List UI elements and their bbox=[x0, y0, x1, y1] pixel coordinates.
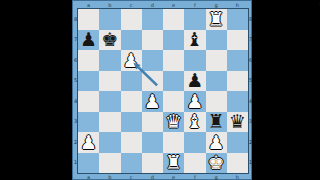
square-h8[interactable] bbox=[227, 9, 248, 30]
square-c1[interactable] bbox=[121, 153, 142, 174]
piece-black-pawn: ♟ bbox=[186, 71, 203, 90]
square-d2[interactable] bbox=[142, 132, 163, 153]
square-f6[interactable] bbox=[184, 50, 205, 71]
square-f3[interactable]: ♝ bbox=[184, 112, 205, 133]
square-b1[interactable] bbox=[99, 153, 120, 174]
square-e4[interactable] bbox=[163, 91, 184, 112]
coord-label: d bbox=[142, 173, 163, 180]
square-c5[interactable] bbox=[121, 71, 142, 92]
square-a5[interactable] bbox=[78, 71, 99, 92]
square-f4[interactable]: ♟ bbox=[184, 91, 205, 112]
square-d7[interactable] bbox=[142, 30, 163, 51]
piece-white-rook: ♜ bbox=[165, 153, 182, 172]
coord-label: h bbox=[227, 173, 248, 180]
piece-white-pawn: ♟ bbox=[144, 91, 161, 110]
square-e6[interactable] bbox=[163, 50, 184, 71]
square-a7[interactable]: ♟ bbox=[78, 30, 99, 51]
square-d8[interactable] bbox=[142, 9, 163, 30]
square-a4[interactable] bbox=[78, 91, 99, 112]
square-b3[interactable] bbox=[99, 112, 120, 133]
square-g2[interactable]: ♟ bbox=[206, 132, 227, 153]
square-c3[interactable] bbox=[121, 112, 142, 133]
coord-label: b bbox=[99, 173, 120, 180]
square-g5[interactable] bbox=[206, 71, 227, 92]
square-h7[interactable] bbox=[227, 30, 248, 51]
square-h6[interactable] bbox=[227, 50, 248, 71]
square-f5[interactable]: ♟ bbox=[184, 71, 205, 92]
square-g3[interactable]: ♜ bbox=[206, 112, 227, 133]
square-a8[interactable] bbox=[78, 9, 99, 30]
piece-black-king: ♚ bbox=[101, 30, 118, 49]
video-frame: abcdefgh abcdefgh 87654321 87654321 ♜♟♚♝… bbox=[0, 0, 320, 180]
square-b4[interactable] bbox=[99, 91, 120, 112]
square-g4[interactable] bbox=[206, 91, 227, 112]
square-g8[interactable]: ♜ bbox=[206, 9, 227, 30]
piece-white-pawn: ♟ bbox=[208, 132, 225, 151]
piece-white-pawn: ♟ bbox=[80, 132, 97, 151]
square-a2[interactable]: ♟ bbox=[78, 132, 99, 153]
square-c7[interactable] bbox=[121, 30, 142, 51]
square-h1[interactable] bbox=[227, 153, 248, 174]
square-g1[interactable]: ♚ bbox=[206, 153, 227, 174]
square-f2[interactable] bbox=[184, 132, 205, 153]
piece-white-pawn: ♟ bbox=[186, 91, 203, 110]
square-e5[interactable] bbox=[163, 71, 184, 92]
piece-white-king: ♚ bbox=[208, 153, 225, 172]
square-d4[interactable]: ♟ bbox=[142, 91, 163, 112]
file-labels-bottom: abcdefgh bbox=[78, 173, 248, 180]
square-e3[interactable]: ♛ bbox=[163, 112, 184, 133]
piece-black-pawn: ♟ bbox=[80, 30, 97, 49]
square-h5[interactable] bbox=[227, 71, 248, 92]
square-e7[interactable] bbox=[163, 30, 184, 51]
coord-label: g bbox=[206, 173, 227, 180]
coord-label: e bbox=[163, 173, 184, 180]
square-d6[interactable] bbox=[142, 50, 163, 71]
square-f7[interactable]: ♝ bbox=[184, 30, 205, 51]
squares-grid: ♜♟♚♝♟♟♟♟♛♝♜♛♟♟♜♚ bbox=[78, 9, 248, 173]
square-b7[interactable]: ♚ bbox=[99, 30, 120, 51]
square-d5[interactable] bbox=[142, 71, 163, 92]
square-a1[interactable] bbox=[78, 153, 99, 174]
board-inner-frame: ♜♟♚♝♟♟♟♟♛♝♜♛♟♟♜♚ bbox=[77, 8, 249, 174]
square-d1[interactable] bbox=[142, 153, 163, 174]
square-h4[interactable] bbox=[227, 91, 248, 112]
piece-black-bishop: ♝ bbox=[186, 30, 203, 49]
square-b5[interactable] bbox=[99, 71, 120, 92]
square-e1[interactable]: ♜ bbox=[163, 153, 184, 174]
square-a3[interactable] bbox=[78, 112, 99, 133]
piece-black-rook: ♜ bbox=[208, 112, 225, 131]
square-f1[interactable] bbox=[184, 153, 205, 174]
coord-label: a bbox=[78, 173, 99, 180]
chess-board: abcdefgh abcdefgh 87654321 87654321 ♜♟♚♝… bbox=[72, 0, 252, 180]
square-c6[interactable]: ♟ bbox=[121, 50, 142, 71]
piece-black-queen: ♛ bbox=[229, 112, 246, 131]
square-f8[interactable] bbox=[184, 9, 205, 30]
square-c8[interactable] bbox=[121, 9, 142, 30]
coord-label: f bbox=[184, 173, 205, 180]
square-h3[interactable]: ♛ bbox=[227, 112, 248, 133]
piece-white-pawn: ♟ bbox=[123, 50, 140, 69]
square-c4[interactable] bbox=[121, 91, 142, 112]
piece-white-rook: ♜ bbox=[208, 9, 225, 28]
square-b8[interactable] bbox=[99, 9, 120, 30]
square-b2[interactable] bbox=[99, 132, 120, 153]
coord-label: c bbox=[121, 173, 142, 180]
square-e8[interactable] bbox=[163, 9, 184, 30]
square-a6[interactable] bbox=[78, 50, 99, 71]
piece-white-bishop: ♝ bbox=[186, 112, 203, 131]
square-g6[interactable] bbox=[206, 50, 227, 71]
square-d3[interactable] bbox=[142, 112, 163, 133]
square-h2[interactable] bbox=[227, 132, 248, 153]
square-c2[interactable] bbox=[121, 132, 142, 153]
piece-white-queen: ♛ bbox=[165, 112, 182, 131]
square-e2[interactable] bbox=[163, 132, 184, 153]
square-g7[interactable] bbox=[206, 30, 227, 51]
square-b6[interactable] bbox=[99, 50, 120, 71]
